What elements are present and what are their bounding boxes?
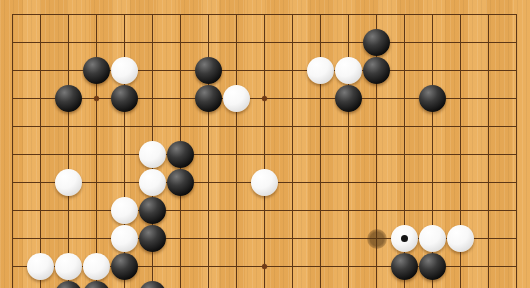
black-stone: [139, 197, 166, 224]
white-stone: [111, 225, 138, 252]
black-stone: [195, 57, 222, 84]
go-board[interactable]: [0, 0, 530, 288]
star-point: [94, 96, 99, 101]
last-move-marker: [401, 235, 408, 242]
black-stone: [111, 253, 138, 280]
white-stone: [111, 57, 138, 84]
white-stone: [251, 169, 278, 196]
black-stone: [195, 85, 222, 112]
white-stone: [55, 253, 82, 280]
white-stone: [223, 85, 250, 112]
white-stone: [139, 169, 166, 196]
black-stone: [419, 85, 446, 112]
black-stone: [363, 29, 390, 56]
white-stone: [83, 253, 110, 280]
black-stone: [363, 57, 390, 84]
hover-ghost-stone: [367, 229, 387, 249]
white-stone: [307, 57, 334, 84]
white-stone: [27, 253, 54, 280]
white-stone: [335, 57, 362, 84]
black-stone: [111, 85, 138, 112]
black-stone: [167, 141, 194, 168]
black-stone: [55, 85, 82, 112]
white-stone: [447, 225, 474, 252]
white-stone: [139, 141, 166, 168]
white-stone: [391, 225, 418, 252]
black-stone: [419, 253, 446, 280]
black-stone: [335, 85, 362, 112]
black-stone: [139, 225, 166, 252]
black-stone: [83, 57, 110, 84]
white-stone: [111, 197, 138, 224]
star-point: [262, 264, 267, 269]
black-stone: [391, 253, 418, 280]
black-stone: [167, 169, 194, 196]
star-point: [262, 96, 267, 101]
white-stone: [55, 169, 82, 196]
white-stone: [419, 225, 446, 252]
